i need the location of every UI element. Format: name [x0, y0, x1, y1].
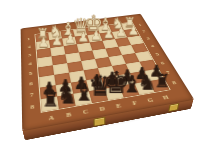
piece-white-pawn: ♟ [128, 24, 139, 37]
square-e2: ♟ [87, 34, 102, 43]
square-b8: ♞ [57, 94, 75, 109]
brass-latch-left [94, 117, 106, 127]
board-3d: 1♜♞♝♛♚♝♞♜12♟♟♟♟♟♟♟♟2334455667♟♟♟♟♟♟♟♟78♜… [22, 14, 193, 130]
photo-canvas: 1♜♞♝♛♚♝♞♜12♟♟♟♟♟♟♟♟2334455667♟♟♟♟♟♟♟♟78♜… [0, 0, 200, 142]
square-a2: ♟ [36, 40, 50, 50]
piece-white-pawn: ♟ [103, 27, 115, 40]
piece-white-pawn: ♟ [115, 25, 126, 38]
square-h5 [135, 51, 153, 62]
rank-label-5-right: 5 [148, 49, 167, 60]
piece-white-pawn: ♟ [77, 30, 89, 43]
rank-label-7-left: 7 [23, 88, 41, 102]
brass-latch-right [169, 103, 180, 112]
piece-white-pawn: ♟ [38, 36, 50, 49]
square-f2: ♟ [100, 32, 115, 41]
piece-black-rook: ♜ [42, 91, 60, 111]
piece-white-pawn: ♟ [64, 32, 76, 45]
scene: 1♜♞♝♛♚♝♞♜12♟♟♟♟♟♟♟♟2334455667♟♟♟♟♟♟♟♟78♜… [0, 0, 200, 142]
piece-white-pawn: ♟ [90, 29, 102, 42]
square-d2: ♟ [75, 35, 90, 44]
piece-black-knight: ♞ [58, 85, 78, 107]
square-c2: ♟ [62, 37, 77, 46]
piece-white-pawn: ♟ [51, 34, 63, 47]
square-b2: ♟ [49, 39, 63, 48]
square-a8: ♜ [41, 97, 59, 112]
